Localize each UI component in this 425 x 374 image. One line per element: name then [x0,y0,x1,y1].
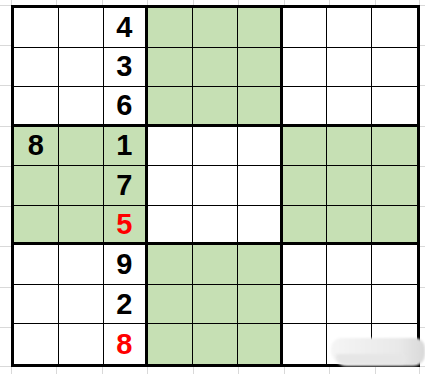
cell-r4c1[interactable]: 8 [14,127,59,167]
cell-r5c4[interactable] [148,166,193,206]
cell-r8c4[interactable] [148,285,193,325]
cell-r5c1[interactable] [14,166,59,206]
spreadsheet-gridline-tick [0,327,11,328]
cell-r8c6[interactable] [238,285,283,325]
cell-r2c2[interactable] [59,48,104,88]
cell-r7c3[interactable]: 9 [104,245,149,285]
spreadsheet-gridline-tick [0,206,11,207]
cell-r5c2[interactable] [59,166,104,206]
spreadsheet-gridline-tick [420,366,425,367]
spreadsheet-gridline-tick [329,0,330,5]
cell-r2c4[interactable] [148,48,193,88]
cell-r8c1[interactable] [14,285,59,325]
cell-r9c5[interactable] [193,324,238,364]
spreadsheet-gridline-tick [0,246,11,247]
cell-r4c5[interactable] [193,127,238,167]
cell-r6c7[interactable] [283,206,328,246]
cell-r1c2[interactable] [59,8,104,48]
cell-r1c3[interactable]: 4 [104,8,149,48]
spreadsheet-gridline-tick [238,367,239,374]
spreadsheet-gridline-tick [0,85,11,86]
spreadsheet-gridline-tick [284,367,285,374]
spreadsheet-gridline-tick [419,367,420,374]
cell-r3c3[interactable]: 6 [104,87,149,127]
spreadsheet-gridline-tick [102,0,103,5]
cell-r8c2[interactable] [59,285,104,325]
spreadsheet-gridline-tick [0,366,11,367]
cell-r3c8[interactable] [327,87,372,127]
spreadsheet-gridline-tick [0,287,11,288]
cell-r6c3[interactable]: 5 [104,206,149,246]
spreadsheet-gridline-tick [375,0,376,5]
cell-r9c4[interactable] [148,324,193,364]
sudoku-board: 4368175928 [11,5,420,367]
spreadsheet-gridline-tick [147,367,148,374]
cell-r6c9[interactable] [372,206,417,246]
cell-r7c2[interactable] [59,245,104,285]
cell-r3c2[interactable] [59,87,104,127]
cell-r7c5[interactable] [193,245,238,285]
cell-r6c1[interactable] [14,206,59,246]
cell-r2c9[interactable] [372,48,417,88]
cell-r5c8[interactable] [327,166,372,206]
cell-r9c7[interactable] [283,324,328,364]
watermark-blur-edge [336,354,406,364]
spreadsheet-gridline-tick [375,367,376,374]
spreadsheet-gridline-tick [420,287,425,288]
cell-r5c3[interactable]: 7 [104,166,149,206]
spreadsheet-gridline-tick [284,0,285,5]
spreadsheet-gridline-tick [419,0,420,5]
cell-r4c4[interactable] [148,127,193,167]
cell-r1c4[interactable] [148,8,193,48]
spreadsheet-gridline-tick [420,206,425,207]
spreadsheet-gridline-tick [147,0,148,5]
cell-r7c4[interactable] [148,245,193,285]
cell-r7c8[interactable] [327,245,372,285]
spreadsheet-gridline-tick [11,367,12,374]
cell-r4c9[interactable] [372,127,417,167]
cell-r2c3[interactable]: 3 [104,48,149,88]
cell-r4c7[interactable] [283,127,328,167]
cell-r1c6[interactable] [238,8,283,48]
cell-r1c1[interactable] [14,8,59,48]
spreadsheet-gridline-tick [420,166,425,167]
cell-r1c7[interactable] [283,8,328,48]
cell-r6c2[interactable] [59,206,104,246]
cell-r8c7[interactable] [283,285,328,325]
spreadsheet-gridline-tick [193,0,194,5]
spreadsheet-gridline-tick [0,5,11,6]
cell-r6c6[interactable] [238,206,283,246]
cell-r2c7[interactable] [283,48,328,88]
cell-r4c2[interactable] [59,127,104,167]
cell-r8c8[interactable] [327,285,372,325]
cell-r7c9[interactable] [372,245,417,285]
spreadsheet-gridline-tick [56,367,57,374]
cell-r5c5[interactable] [193,166,238,206]
spreadsheet-gridline-tick [0,45,11,46]
cell-r7c1[interactable] [14,245,59,285]
cell-r2c8[interactable] [327,48,372,88]
cell-r1c9[interactable] [372,8,417,48]
cell-r9c2[interactable] [59,324,104,364]
spreadsheet-gridline-tick [420,45,425,46]
cell-r9c3[interactable]: 8 [104,324,149,364]
cell-r6c5[interactable] [193,206,238,246]
spreadsheet-gridline-tick [238,0,239,5]
sudoku-screenshot: 4368175928 [0,0,425,374]
cell-r7c6[interactable] [238,245,283,285]
cell-r2c5[interactable] [193,48,238,88]
cell-r9c6[interactable] [238,324,283,364]
cell-r3c4[interactable] [148,87,193,127]
cell-r5c9[interactable] [372,166,417,206]
spreadsheet-gridline-tick [56,0,57,5]
spreadsheet-gridline-tick [420,85,425,86]
cell-r3c6[interactable] [238,87,283,127]
cell-r3c7[interactable] [283,87,328,127]
cell-r1c5[interactable] [193,8,238,48]
cell-r6c8[interactable] [327,206,372,246]
spreadsheet-gridline-tick [420,126,425,127]
cell-r2c1[interactable] [14,48,59,88]
cell-r4c3[interactable]: 1 [104,127,149,167]
spreadsheet-gridline-tick [420,5,425,6]
cell-r2c6[interactable] [238,48,283,88]
cell-r5c6[interactable] [238,166,283,206]
spreadsheet-gridline-tick [0,166,11,167]
cell-r8c9[interactable] [372,285,417,325]
spreadsheet-gridline-tick [102,367,103,374]
cell-r8c5[interactable] [193,285,238,325]
cell-r8c3[interactable]: 2 [104,285,149,325]
cell-r6c4[interactable] [148,206,193,246]
spreadsheet-gridline-tick [0,126,11,127]
cell-r9c1[interactable] [14,324,59,364]
cell-r1c8[interactable] [327,8,372,48]
spreadsheet-gridline-tick [420,327,425,328]
cell-r4c8[interactable] [327,127,372,167]
spreadsheet-gridline-tick [193,367,194,374]
cell-r7c7[interactable] [283,245,328,285]
spreadsheet-gridline-tick [420,246,425,247]
spreadsheet-gridline-tick [11,0,12,5]
spreadsheet-gridline-tick [329,367,330,374]
cell-r3c1[interactable] [14,87,59,127]
cell-r3c9[interactable] [372,87,417,127]
cell-r3c5[interactable] [193,87,238,127]
cell-r4c6[interactable] [238,127,283,167]
cell-r5c7[interactable] [283,166,328,206]
